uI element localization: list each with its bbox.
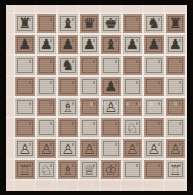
white-rook-icon: ♖: [18, 162, 31, 176]
stamp-frame: [39, 16, 55, 31]
white-pawn-icon: ♙: [40, 141, 53, 155]
square-c1: ♗: [57, 159, 79, 180]
black-pawn-icon: ♟: [40, 37, 53, 51]
square-d2: ♙: [79, 138, 101, 159]
stamp-frame: ♖: [17, 162, 33, 177]
black-pawn-icon: ♟: [18, 37, 31, 51]
square-f6: [122, 55, 144, 76]
white-pawn-icon: ♙: [104, 99, 117, 113]
stamp-frame: ♛: [82, 16, 98, 31]
square-c7: ♟: [57, 34, 79, 55]
square-b2: ♙: [36, 138, 58, 159]
stamp-frame: ♙: [103, 100, 119, 115]
white-king-icon: ♔: [104, 162, 117, 176]
sheet-caption: Kis magyar sakktörténet: [6, 180, 187, 189]
square-d4: [79, 97, 101, 118]
black-knight-icon: ♞: [61, 58, 74, 72]
square-h4: [165, 97, 187, 118]
stamp-frame: [60, 120, 76, 135]
white-pawn-icon: ♙: [83, 141, 96, 155]
black-pawn-icon: ♟: [104, 79, 117, 93]
stamp-frame: [103, 141, 119, 156]
stamp-frame: ♚: [103, 16, 119, 31]
stamp-frame: [103, 120, 119, 135]
square-d5: [79, 76, 101, 97]
square-f5: [122, 76, 144, 97]
stamp-frame: ♝: [103, 37, 119, 52]
white-pawn-icon: ♙: [169, 141, 182, 155]
square-g1: [143, 159, 165, 180]
stamp-frame: ♙: [17, 141, 33, 156]
black-pawn-icon: ♟: [61, 37, 74, 51]
stamp-frame: ♟: [17, 37, 33, 52]
white-pawn-icon: ♙: [18, 141, 31, 155]
stamp-frame: ♟: [39, 37, 55, 52]
stamp-frame: [82, 100, 98, 115]
square-c2: ♙: [57, 138, 79, 159]
stamp-frame: [39, 58, 55, 73]
square-d6: [79, 55, 101, 76]
square-h8: ♜: [165, 13, 187, 34]
square-e2: [100, 138, 122, 159]
stamp-frame: ♗: [60, 100, 76, 115]
stamp-frame: ♙: [82, 141, 98, 156]
stamp-frame: ♟: [60, 37, 76, 52]
square-e8: ♚: [100, 13, 122, 34]
black-king-icon: ♚: [104, 16, 117, 30]
square-a5: [14, 76, 36, 97]
square-f1: [122, 159, 144, 180]
stamp-frame: ♗: [60, 162, 76, 177]
stamp-frame: [82, 120, 98, 135]
stamp-frame: [103, 58, 119, 73]
white-pawn-icon: ♙: [126, 141, 139, 155]
white-pawn-icon: ♙: [61, 141, 74, 155]
square-b3: [36, 117, 58, 138]
stamp-frame: [125, 162, 141, 177]
stamp-frame: ♟: [82, 37, 98, 52]
square-f7: ♟: [122, 34, 144, 55]
stamp-frame: [146, 58, 162, 73]
square-c6: ♞: [57, 55, 79, 76]
stamp-frame: [39, 120, 55, 135]
square-b8: [36, 13, 58, 34]
stamp-frame: [17, 120, 33, 135]
stamp-sheet: ♜♝♛♚♞♜♟♟♟♟♝♟♟♟♞♟♗♙♘♙♙♙♙♙♙♙♖♘♗♕♔♖ Kis mag…: [6, 5, 187, 191]
stamp-frame: ♖: [168, 162, 184, 177]
stamp-frame: [125, 58, 141, 73]
square-b4: [36, 97, 58, 118]
square-a6: [14, 55, 36, 76]
stamp-frame: [17, 79, 33, 94]
stamp-frame: [168, 120, 184, 135]
square-a8: ♜: [14, 13, 36, 34]
stamp-frame: ♔: [103, 162, 119, 177]
stamp-frame: ♘: [39, 162, 55, 177]
stamp-frame: ♙: [39, 141, 55, 156]
stamp-frame: [82, 58, 98, 73]
square-d8: ♛: [79, 13, 101, 34]
black-pawn-icon: ♟: [126, 37, 139, 51]
chess-board: ♜♝♛♚♞♜♟♟♟♟♝♟♟♟♞♟♗♙♘♙♙♙♙♙♙♙♖♘♗♕♔♖: [14, 13, 186, 180]
square-g2: ♙: [143, 138, 165, 159]
square-c3: [57, 117, 79, 138]
square-b5: [36, 76, 58, 97]
square-e3: [100, 117, 122, 138]
square-h1: ♖: [165, 159, 187, 180]
stamp-frame: ♞: [60, 58, 76, 73]
stamp-frame: [39, 100, 55, 115]
stamp-frame: ♙: [125, 141, 141, 156]
square-e1: ♔: [100, 159, 122, 180]
square-f8: [122, 13, 144, 34]
square-a2: ♙: [14, 138, 36, 159]
square-d1: ♕: [79, 159, 101, 180]
stamp-frame: [168, 58, 184, 73]
square-g3: [143, 117, 165, 138]
square-a7: ♟: [14, 34, 36, 55]
stamp-frame: [146, 79, 162, 94]
white-pawn-icon: ♙: [147, 141, 160, 155]
square-f2: ♙: [122, 138, 144, 159]
square-f3: ♘: [122, 117, 144, 138]
square-g4: [143, 97, 165, 118]
stamp-frame: ♝: [60, 16, 76, 31]
square-g5: [143, 76, 165, 97]
white-bishop-icon: ♗: [61, 99, 74, 113]
stamp-frame: ♙: [60, 141, 76, 156]
stamp-frame: [146, 120, 162, 135]
square-h6: [165, 55, 187, 76]
stamp-frame: [125, 100, 141, 115]
photo-background: ♜♝♛♚♞♜♟♟♟♟♝♟♟♟♞♟♗♙♘♙♙♙♙♙♙♙♖♘♗♕♔♖ Kis mag…: [0, 0, 193, 195]
square-h3: [165, 117, 187, 138]
square-a1: ♖: [14, 159, 36, 180]
stamp-frame: ♙: [146, 141, 162, 156]
square-e5: ♟: [100, 76, 122, 97]
square-b6: [36, 55, 58, 76]
stamp-frame: [17, 100, 33, 115]
white-bishop-icon: ♗: [61, 162, 74, 176]
stamp-frame: [146, 162, 162, 177]
stamp-frame: [60, 79, 76, 94]
square-a4: [14, 97, 36, 118]
square-e4: ♙: [100, 97, 122, 118]
white-queen-icon: ♕: [83, 162, 96, 176]
square-b7: ♟: [36, 34, 58, 55]
stamp-frame: [82, 79, 98, 94]
square-c5: [57, 76, 79, 97]
black-rook-icon: ♜: [169, 16, 182, 30]
stamp-frame: ♜: [168, 16, 184, 31]
stamp-frame: [125, 16, 141, 31]
square-g8: ♞: [143, 13, 165, 34]
black-pawn-icon: ♟: [83, 37, 96, 51]
square-c4: ♗: [57, 97, 79, 118]
stamp-frame: ♟: [146, 37, 162, 52]
square-d7: ♟: [79, 34, 101, 55]
black-bishop-icon: ♝: [61, 16, 74, 30]
stamp-frame: ♟: [168, 37, 184, 52]
stamp-frame: [39, 79, 55, 94]
black-pawn-icon: ♟: [169, 37, 182, 51]
white-knight-icon: ♘: [126, 120, 139, 134]
square-d3: [79, 117, 101, 138]
square-h2: ♙: [165, 138, 187, 159]
square-b1: ♘: [36, 159, 58, 180]
black-bishop-icon: ♝: [104, 37, 117, 51]
stamp-frame: ♞: [146, 16, 162, 31]
stamp-frame: ♕: [82, 162, 98, 177]
stamp-frame: ♙: [168, 141, 184, 156]
white-rook-icon: ♖: [169, 162, 182, 176]
square-e6: [100, 55, 122, 76]
square-h5: [165, 76, 187, 97]
stamp-frame: [125, 79, 141, 94]
black-knight-icon: ♞: [147, 16, 160, 30]
stamp-frame: [168, 79, 184, 94]
square-g6: [143, 55, 165, 76]
stamp-frame: ♟: [125, 37, 141, 52]
square-h7: ♟: [165, 34, 187, 55]
black-pawn-icon: ♟: [147, 37, 160, 51]
white-knight-icon: ♘: [40, 162, 53, 176]
square-c8: ♝: [57, 13, 79, 34]
stamp-frame: [168, 100, 184, 115]
stamp-frame: ♟: [103, 79, 119, 94]
square-a3: [14, 117, 36, 138]
stamp-frame: ♘: [125, 120, 141, 135]
black-queen-icon: ♛: [83, 16, 96, 30]
stamp-frame: [17, 58, 33, 73]
square-f4: [122, 97, 144, 118]
square-g7: ♟: [143, 34, 165, 55]
stamp-frame: [146, 100, 162, 115]
square-e7: ♝: [100, 34, 122, 55]
stamp-frame: ♜: [17, 16, 33, 31]
black-rook-icon: ♜: [18, 16, 31, 30]
